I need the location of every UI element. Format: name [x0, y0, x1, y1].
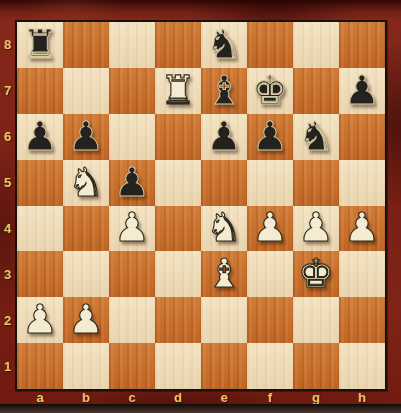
square-b5[interactable]: ♞ — [63, 160, 109, 206]
rank-label-3: 3 — [0, 251, 15, 297]
black-pawn-e6[interactable]: ♟ — [206, 116, 242, 156]
black-pawn-h7[interactable]: ♟ — [344, 70, 380, 110]
white-bishop-e3[interactable]: ♝ — [206, 253, 242, 293]
file-label-h: h — [339, 390, 385, 405]
square-a6[interactable]: ♟ — [17, 114, 63, 160]
square-e6[interactable]: ♟ — [201, 114, 247, 160]
square-c8[interactable] — [109, 22, 155, 68]
square-a2[interactable]: ♟ — [17, 297, 63, 343]
square-b2[interactable]: ♟ — [63, 297, 109, 343]
rank-label-2: 2 — [0, 297, 15, 343]
black-pawn-c5[interactable]: ♟ — [114, 162, 150, 202]
square-h6[interactable] — [339, 114, 385, 160]
square-a4[interactable] — [17, 206, 63, 252]
square-c7[interactable] — [109, 68, 155, 114]
square-h1[interactable] — [339, 343, 385, 389]
square-c4[interactable]: ♟ — [109, 206, 155, 252]
white-knight-e4[interactable]: ♞ — [206, 207, 242, 247]
square-f4[interactable]: ♟ — [247, 206, 293, 252]
square-g7[interactable] — [293, 68, 339, 114]
square-c1[interactable] — [109, 343, 155, 389]
white-rook-d7[interactable]: ♜ — [160, 70, 196, 110]
square-f1[interactable] — [247, 343, 293, 389]
chess-app-window: 87654321 ♜♞♜♝♚♟♟♟♟♟♞♞♟♟♞♟♟♟♝♚♟♟ abcdefgh — [0, 0, 401, 413]
square-h2[interactable] — [339, 297, 385, 343]
square-d7[interactable]: ♜ — [155, 68, 201, 114]
square-h8[interactable] — [339, 22, 385, 68]
black-pawn-f6[interactable]: ♟ — [252, 116, 288, 156]
rank-label-6: 6 — [0, 114, 15, 160]
square-e5[interactable] — [201, 160, 247, 206]
rank-label-8: 8 — [0, 22, 15, 68]
square-g8[interactable] — [293, 22, 339, 68]
square-g1[interactable] — [293, 343, 339, 389]
file-label-f: f — [247, 390, 293, 405]
file-label-g: g — [293, 390, 339, 405]
black-bishop-e7[interactable]: ♝ — [206, 70, 242, 110]
black-pawn-b6[interactable]: ♟ — [68, 116, 104, 156]
white-pawn-b2[interactable]: ♟ — [68, 299, 104, 339]
square-d5[interactable] — [155, 160, 201, 206]
square-b8[interactable] — [63, 22, 109, 68]
square-a5[interactable] — [17, 160, 63, 206]
square-f2[interactable] — [247, 297, 293, 343]
white-pawn-c4[interactable]: ♟ — [114, 207, 150, 247]
square-h7[interactable]: ♟ — [339, 68, 385, 114]
square-d3[interactable] — [155, 251, 201, 297]
file-label-d: d — [155, 390, 201, 405]
rank-label-7: 7 — [0, 68, 15, 114]
square-g3[interactable]: ♚ — [293, 251, 339, 297]
square-c3[interactable] — [109, 251, 155, 297]
square-e3[interactable]: ♝ — [201, 251, 247, 297]
square-g4[interactable]: ♟ — [293, 206, 339, 252]
square-g6[interactable]: ♞ — [293, 114, 339, 160]
white-king-g3[interactable]: ♚ — [298, 253, 334, 293]
white-pawn-f4[interactable]: ♟ — [252, 207, 288, 247]
chess-board: ♜♞♜♝♚♟♟♟♟♟♞♞♟♟♞♟♟♟♝♚♟♟ — [17, 22, 385, 389]
rank-coordinates: 87654321 — [0, 22, 15, 389]
square-f5[interactable] — [247, 160, 293, 206]
white-pawn-h4[interactable]: ♟ — [344, 207, 380, 247]
square-d4[interactable] — [155, 206, 201, 252]
square-f7[interactable]: ♚ — [247, 68, 293, 114]
rank-label-4: 4 — [0, 206, 15, 252]
square-e2[interactable] — [201, 297, 247, 343]
square-g5[interactable] — [293, 160, 339, 206]
black-rook-a8[interactable]: ♜ — [22, 24, 58, 64]
white-pawn-a2[interactable]: ♟ — [22, 299, 58, 339]
square-g2[interactable] — [293, 297, 339, 343]
square-b4[interactable] — [63, 206, 109, 252]
square-d2[interactable] — [155, 297, 201, 343]
square-a3[interactable] — [17, 251, 63, 297]
file-label-b: b — [63, 390, 109, 405]
white-knight-b5[interactable]: ♞ — [68, 162, 104, 202]
black-knight-e8[interactable]: ♞ — [206, 24, 242, 64]
square-a1[interactable] — [17, 343, 63, 389]
bottom-edge-strip — [0, 404, 401, 413]
file-coordinates: abcdefgh — [17, 390, 385, 404]
square-c2[interactable] — [109, 297, 155, 343]
square-b1[interactable] — [63, 343, 109, 389]
square-d8[interactable] — [155, 22, 201, 68]
square-c6[interactable] — [109, 114, 155, 160]
rank-label-1: 1 — [0, 343, 15, 389]
square-h3[interactable] — [339, 251, 385, 297]
square-c5[interactable]: ♟ — [109, 160, 155, 206]
square-d6[interactable] — [155, 114, 201, 160]
square-b6[interactable]: ♟ — [63, 114, 109, 160]
square-a7[interactable] — [17, 68, 63, 114]
file-label-e: e — [201, 390, 247, 405]
square-b7[interactable] — [63, 68, 109, 114]
square-h5[interactable] — [339, 160, 385, 206]
square-d1[interactable] — [155, 343, 201, 389]
square-f8[interactable] — [247, 22, 293, 68]
black-king-f7[interactable]: ♚ — [252, 70, 288, 110]
square-e1[interactable] — [201, 343, 247, 389]
square-a8[interactable]: ♜ — [17, 22, 63, 68]
file-label-a: a — [17, 390, 63, 405]
square-h4[interactable]: ♟ — [339, 206, 385, 252]
rank-label-5: 5 — [0, 160, 15, 206]
square-f3[interactable] — [247, 251, 293, 297]
white-pawn-g4[interactable]: ♟ — [298, 207, 334, 247]
board-plate: ♜♞♜♝♚♟♟♟♟♟♞♞♟♟♞♟♟♟♝♚♟♟ — [15, 20, 387, 391]
square-e7[interactable]: ♝ — [201, 68, 247, 114]
square-b3[interactable] — [63, 251, 109, 297]
black-pawn-a6[interactable]: ♟ — [22, 116, 58, 156]
square-f6[interactable]: ♟ — [247, 114, 293, 160]
black-knight-g6[interactable]: ♞ — [298, 116, 334, 156]
square-e8[interactable]: ♞ — [201, 22, 247, 68]
square-e4[interactable]: ♞ — [201, 206, 247, 252]
file-label-c: c — [109, 390, 155, 405]
